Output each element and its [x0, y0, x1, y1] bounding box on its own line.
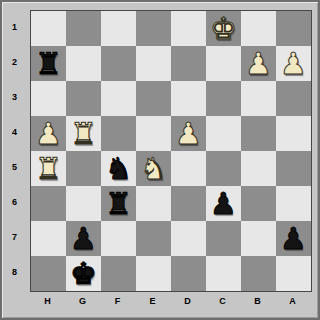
square-g1[interactable]	[66, 11, 101, 46]
square-f5[interactable]: ♞	[101, 151, 136, 186]
square-a8[interactable]	[276, 256, 311, 291]
square-e1[interactable]	[136, 11, 171, 46]
rank-label-1: 1	[1, 10, 28, 45]
square-e3[interactable]	[136, 81, 171, 116]
piece-black-pawn-c6[interactable]: ♟	[210, 186, 237, 221]
square-b3[interactable]	[241, 81, 276, 116]
rank-label-7: 7	[1, 220, 28, 255]
square-e8[interactable]	[136, 256, 171, 291]
square-f2[interactable]	[101, 46, 136, 81]
square-g3[interactable]	[66, 81, 101, 116]
square-h5[interactable]: ♜	[31, 151, 66, 186]
square-c6[interactable]: ♟	[206, 186, 241, 221]
square-c5[interactable]	[206, 151, 241, 186]
file-label-b: B	[240, 294, 275, 308]
square-e4[interactable]	[136, 116, 171, 151]
square-c2[interactable]	[206, 46, 241, 81]
file-label-e: E	[135, 294, 170, 308]
square-c1[interactable]: ♚	[206, 11, 241, 46]
file-label-d: D	[170, 294, 205, 308]
square-a5[interactable]	[276, 151, 311, 186]
square-d3[interactable]	[171, 81, 206, 116]
square-h3[interactable]	[31, 81, 66, 116]
square-b4[interactable]	[241, 116, 276, 151]
square-h4[interactable]: ♟	[31, 116, 66, 151]
file-label-g: G	[65, 294, 100, 308]
rank-label-8: 8	[1, 255, 28, 290]
square-b6[interactable]	[241, 186, 276, 221]
square-e5[interactable]: ♞	[136, 151, 171, 186]
square-g5[interactable]	[66, 151, 101, 186]
square-f4[interactable]	[101, 116, 136, 151]
square-g4[interactable]: ♜	[66, 116, 101, 151]
piece-black-pawn-a7[interactable]: ♟	[280, 221, 307, 256]
file-label-f: F	[100, 294, 135, 308]
file-label-a: A	[275, 294, 310, 308]
square-f1[interactable]	[101, 11, 136, 46]
piece-black-king-g8[interactable]: ♚	[70, 256, 97, 291]
square-d7[interactable]	[171, 221, 206, 256]
piece-white-pawn-b2[interactable]: ♟	[245, 46, 272, 81]
square-d8[interactable]	[171, 256, 206, 291]
piece-black-rook-f6[interactable]: ♜	[105, 186, 132, 221]
square-a7[interactable]: ♟	[276, 221, 311, 256]
square-h8[interactable]	[31, 256, 66, 291]
square-h7[interactable]	[31, 221, 66, 256]
piece-black-rook-h2[interactable]: ♜	[35, 46, 62, 81]
square-g8[interactable]: ♚	[66, 256, 101, 291]
piece-white-king-c1[interactable]: ♚	[210, 11, 237, 46]
square-f3[interactable]	[101, 81, 136, 116]
square-f7[interactable]	[101, 221, 136, 256]
square-e2[interactable]	[136, 46, 171, 81]
piece-white-pawn-a2[interactable]: ♟	[280, 46, 307, 81]
file-label-c: C	[205, 294, 240, 308]
square-c4[interactable]	[206, 116, 241, 151]
piece-black-pawn-g7[interactable]: ♟	[70, 221, 97, 256]
chess-board: ♚♜♟♟♟♜♟♜♞♞♜♟♟♟♚	[30, 10, 312, 292]
square-b5[interactable]	[241, 151, 276, 186]
square-c8[interactable]	[206, 256, 241, 291]
piece-black-knight-f5[interactable]: ♞	[105, 151, 132, 186]
square-d6[interactable]	[171, 186, 206, 221]
square-c3[interactable]	[206, 81, 241, 116]
square-d1[interactable]	[171, 11, 206, 46]
square-g6[interactable]	[66, 186, 101, 221]
rank-label-4: 4	[1, 115, 28, 150]
piece-white-pawn-d4[interactable]: ♟	[175, 116, 202, 151]
square-e6[interactable]	[136, 186, 171, 221]
square-b8[interactable]	[241, 256, 276, 291]
square-b7[interactable]	[241, 221, 276, 256]
square-c7[interactable]	[206, 221, 241, 256]
square-d2[interactable]	[171, 46, 206, 81]
square-a1[interactable]	[276, 11, 311, 46]
rank-label-6: 6	[1, 185, 28, 220]
square-d5[interactable]	[171, 151, 206, 186]
square-d4[interactable]: ♟	[171, 116, 206, 151]
piece-white-rook-h5[interactable]: ♜	[35, 151, 62, 186]
file-label-h: H	[30, 294, 65, 308]
square-f6[interactable]: ♜	[101, 186, 136, 221]
square-e7[interactable]	[136, 221, 171, 256]
rank-label-2: 2	[1, 45, 28, 80]
square-g7[interactable]: ♟	[66, 221, 101, 256]
square-a2[interactable]: ♟	[276, 46, 311, 81]
square-h6[interactable]	[31, 186, 66, 221]
piece-white-knight-e5[interactable]: ♞	[140, 151, 167, 186]
square-h1[interactable]	[31, 11, 66, 46]
piece-white-rook-g4[interactable]: ♜	[70, 116, 97, 151]
square-h2[interactable]: ♜	[31, 46, 66, 81]
square-f8[interactable]	[101, 256, 136, 291]
rank-label-5: 5	[1, 150, 28, 185]
square-g2[interactable]	[66, 46, 101, 81]
square-b2[interactable]: ♟	[241, 46, 276, 81]
square-a4[interactable]	[276, 116, 311, 151]
rank-label-3: 3	[1, 80, 28, 115]
piece-white-pawn-h4[interactable]: ♟	[35, 116, 62, 151]
square-a3[interactable]	[276, 81, 311, 116]
square-a6[interactable]	[276, 186, 311, 221]
square-b1[interactable]	[241, 11, 276, 46]
